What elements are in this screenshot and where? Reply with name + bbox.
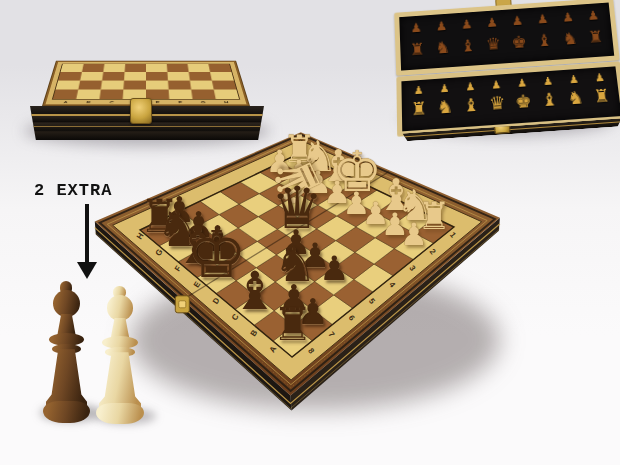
boxed-piece-p: ♟ bbox=[436, 19, 448, 32]
boxed-piece-n: ♞ bbox=[562, 30, 579, 47]
open-box-lid-pawn-row: ♟♟♟♟♟♟♟♟ bbox=[403, 8, 606, 34]
chess-set-product-photo: ABCDEFGH ♟♟♟♟♟♟♟♟ ♜♞♝♛♚♝♞♜ ♟♟♟♟♟♟♟♟ ♜♞♝♛… bbox=[0, 0, 620, 465]
closed-board-file-label: E bbox=[156, 100, 160, 105]
boxed-piece-p: ♟ bbox=[594, 72, 605, 83]
extra-dark-queen bbox=[43, 281, 90, 423]
boxed-piece-n: ♞ bbox=[437, 97, 454, 116]
boxed-piece-p: ♟ bbox=[486, 16, 498, 29]
closed-board-file-label: F bbox=[178, 100, 182, 105]
boxed-piece-p: ♟ bbox=[491, 79, 502, 91]
closed-board-file-label: H bbox=[224, 100, 230, 105]
boxed-piece-p: ♟ bbox=[517, 77, 528, 88]
boxed-piece-k: ♚ bbox=[511, 34, 527, 51]
open-box-lid-major-row: ♜♞♝♛♚♝♞♜ bbox=[404, 28, 609, 59]
arrow-down-icon bbox=[85, 204, 89, 264]
boxed-piece-r: ♜ bbox=[593, 87, 611, 106]
queen-body bbox=[46, 349, 87, 406]
boxed-piece-p: ♟ bbox=[568, 74, 579, 85]
boxed-piece-p: ♟ bbox=[511, 14, 523, 27]
boxed-piece-r: ♜ bbox=[409, 41, 425, 58]
boxed-piece-r: ♜ bbox=[411, 99, 428, 118]
open-box-base-pawn-row: ♟♟♟♟♟♟♟♟ bbox=[406, 72, 614, 97]
arrow-head-icon bbox=[77, 262, 97, 279]
closed-board-file-label: C bbox=[109, 100, 114, 105]
queen-body bbox=[99, 352, 141, 407]
boxed-piece-p: ♟ bbox=[536, 12, 548, 25]
annotation-text: 2 EXTRA bbox=[34, 181, 112, 200]
boxed-piece-p: ♟ bbox=[562, 11, 575, 24]
closed-board-file-label: B bbox=[86, 100, 91, 105]
main-board-clasp-detail bbox=[179, 301, 186, 308]
queen-head bbox=[107, 295, 134, 321]
boxed-piece-n: ♞ bbox=[435, 39, 451, 56]
boxed-piece-p: ♟ bbox=[410, 21, 422, 34]
boxed-piece-p: ♟ bbox=[543, 76, 554, 87]
boxed-piece-r: ♜ bbox=[587, 29, 604, 46]
open-box: ♟♟♟♟♟♟♟♟ ♜♞♝♛♚♝♞♜ ♟♟♟♟♟♟♟♟ ♜♞♝♛♚♝♞♜ bbox=[392, 0, 620, 142]
closed-board-checkerboard bbox=[52, 64, 240, 100]
boxed-piece-p: ♟ bbox=[461, 18, 473, 31]
boxed-piece-p: ♟ bbox=[465, 81, 475, 93]
boxed-piece-b: ♝ bbox=[541, 90, 559, 109]
queen-base bbox=[96, 403, 144, 424]
boxed-piece-q: ♛ bbox=[489, 94, 507, 113]
queen-base bbox=[43, 401, 90, 423]
closed-board-clasp-icon bbox=[130, 98, 152, 124]
queen-head bbox=[53, 290, 79, 317]
boxed-piece-q: ♛ bbox=[485, 36, 501, 53]
closed-board-file-label: G bbox=[200, 100, 206, 105]
boxed-piece-b: ♝ bbox=[536, 32, 552, 49]
boxed-piece-n: ♞ bbox=[567, 88, 585, 107]
open-box-base-major-row: ♜♞♝♛♚♝♞♜ bbox=[406, 86, 616, 119]
extra-light-queen bbox=[96, 286, 144, 424]
boxed-piece-b: ♝ bbox=[463, 96, 480, 115]
boxed-piece-p: ♟ bbox=[439, 83, 449, 95]
boxed-piece-p: ♟ bbox=[587, 9, 600, 22]
boxed-piece-b: ♝ bbox=[460, 37, 476, 54]
closed-board-file-label: A bbox=[63, 100, 69, 105]
boxed-piece-k: ♚ bbox=[515, 92, 533, 111]
closed-board: ABCDEFGH bbox=[26, 50, 268, 144]
boxed-piece-p: ♟ bbox=[413, 85, 423, 97]
